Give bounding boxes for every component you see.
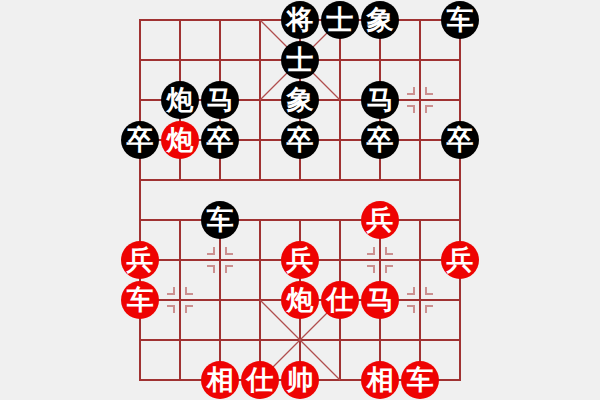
point-marker bbox=[226, 247, 233, 254]
black-elephant[interactable]: 象 bbox=[281, 81, 319, 119]
point-marker bbox=[367, 266, 374, 273]
point-marker bbox=[207, 266, 214, 273]
red-general[interactable]: 帅 bbox=[281, 361, 319, 399]
red-advisor-label: 仕 bbox=[247, 367, 274, 394]
red-pawn[interactable]: 兵 bbox=[121, 241, 159, 279]
black-chariot[interactable]: 车 bbox=[201, 201, 239, 239]
red-pawn-label: 兵 bbox=[287, 247, 314, 274]
black-cannon[interactable]: 炮 bbox=[161, 81, 199, 119]
black-general-label: 将 bbox=[287, 7, 314, 34]
black-general[interactable]: 将 bbox=[281, 1, 319, 39]
black-advisor-label: 士 bbox=[327, 7, 354, 34]
red-pawn-label: 兵 bbox=[127, 247, 154, 274]
red-pawn-label: 兵 bbox=[367, 207, 394, 234]
red-pawn[interactable]: 兵 bbox=[281, 241, 319, 279]
point-marker bbox=[186, 306, 193, 313]
red-advisor-label: 仕 bbox=[327, 287, 354, 314]
red-cannon-label: 炮 bbox=[287, 287, 314, 314]
red-chariot-label: 车 bbox=[407, 367, 434, 394]
point-marker bbox=[407, 106, 414, 113]
red-cannon[interactable]: 炮 bbox=[281, 281, 319, 319]
black-pawn[interactable]: 卒 bbox=[121, 121, 159, 159]
black-pawn[interactable]: 卒 bbox=[361, 121, 399, 159]
red-pawn[interactable]: 兵 bbox=[441, 241, 479, 279]
red-cannon[interactable]: 炮 bbox=[161, 121, 199, 159]
point-marker bbox=[426, 306, 433, 313]
black-pawn-label: 卒 bbox=[127, 127, 154, 154]
black-pawn-label: 卒 bbox=[287, 127, 314, 154]
red-horse-label: 马 bbox=[367, 287, 394, 314]
point-marker bbox=[407, 87, 414, 94]
point-marker bbox=[407, 287, 414, 294]
point-marker bbox=[186, 287, 193, 294]
point-marker bbox=[207, 247, 214, 254]
black-cannon-label: 炮 bbox=[167, 87, 194, 114]
red-general-label: 帅 bbox=[287, 367, 314, 394]
black-pawn[interactable]: 卒 bbox=[281, 121, 319, 159]
black-chariot[interactable]: 车 bbox=[441, 1, 479, 39]
xiangqi-board[interactable]: 将士象车士炮马象马卒炮卒卒卒卒车兵兵兵兵车炮仕马相仕帅相车 bbox=[0, 0, 600, 400]
point-marker bbox=[426, 287, 433, 294]
red-pawn[interactable]: 兵 bbox=[361, 201, 399, 239]
black-pawn[interactable]: 卒 bbox=[441, 121, 479, 159]
red-advisor[interactable]: 仕 bbox=[241, 361, 279, 399]
red-chariot-label: 车 bbox=[127, 287, 154, 314]
black-pawn-label: 卒 bbox=[207, 127, 234, 154]
red-horse[interactable]: 马 bbox=[361, 281, 399, 319]
black-horse[interactable]: 马 bbox=[201, 81, 239, 119]
red-elephant-label: 相 bbox=[207, 367, 234, 394]
red-elephant-label: 相 bbox=[367, 367, 394, 394]
black-elephant-label: 象 bbox=[287, 87, 314, 114]
point-marker bbox=[167, 306, 174, 313]
red-advisor[interactable]: 仕 bbox=[321, 281, 359, 319]
point-marker bbox=[167, 287, 174, 294]
black-horse[interactable]: 马 bbox=[361, 81, 399, 119]
red-chariot[interactable]: 车 bbox=[121, 281, 159, 319]
black-horse-label: 马 bbox=[207, 87, 234, 114]
red-chariot[interactable]: 车 bbox=[401, 361, 439, 399]
point-marker bbox=[386, 266, 393, 273]
point-marker bbox=[226, 266, 233, 273]
red-pawn-label: 兵 bbox=[447, 247, 474, 274]
black-elephant[interactable]: 象 bbox=[361, 1, 399, 39]
red-elephant[interactable]: 相 bbox=[361, 361, 399, 399]
point-marker bbox=[407, 306, 414, 313]
red-elephant[interactable]: 相 bbox=[201, 361, 239, 399]
black-advisor[interactable]: 士 bbox=[281, 41, 319, 79]
red-cannon-label: 炮 bbox=[167, 127, 194, 154]
black-pawn[interactable]: 卒 bbox=[201, 121, 239, 159]
point-marker bbox=[386, 247, 393, 254]
black-horse-label: 马 bbox=[367, 87, 394, 114]
black-advisor-label: 士 bbox=[287, 47, 314, 74]
black-elephant-label: 象 bbox=[367, 7, 394, 34]
black-pawn-label: 卒 bbox=[447, 127, 474, 154]
black-advisor[interactable]: 士 bbox=[321, 1, 359, 39]
black-pawn-label: 卒 bbox=[367, 127, 394, 154]
black-chariot-label: 车 bbox=[207, 207, 234, 234]
point-marker bbox=[426, 87, 433, 94]
point-marker bbox=[367, 247, 374, 254]
black-chariot-label: 车 bbox=[447, 7, 474, 34]
point-marker bbox=[426, 106, 433, 113]
